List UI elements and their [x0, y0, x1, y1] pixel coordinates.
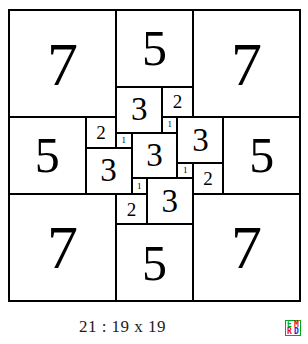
emrd-logo: EMRD	[285, 320, 301, 336]
square-5: 5	[223, 117, 300, 194]
square-7: 7	[193, 10, 300, 117]
logo-letter-d: D	[293, 328, 300, 335]
square-3: 3	[116, 87, 162, 133]
square-1: 1	[116, 133, 131, 148]
square-7: 7	[9, 10, 116, 117]
square-3: 3	[147, 178, 193, 224]
square-5: 5	[9, 117, 86, 194]
square-7: 7	[193, 194, 300, 301]
logo-letter-r: R	[286, 328, 293, 335]
square-2: 2	[86, 117, 117, 148]
square-1: 1	[162, 117, 177, 132]
square-3: 3	[86, 148, 132, 194]
square-3: 3	[177, 117, 223, 163]
square-5: 5	[116, 224, 193, 301]
square-3: 3	[132, 133, 178, 179]
caption: 21 : 19 x 19	[0, 317, 245, 337]
square-7: 7	[9, 194, 116, 301]
diagram-page: 757325213513312137275 21 : 19 x 19 EMRD	[0, 0, 308, 344]
square-1: 1	[132, 178, 147, 193]
square-2: 2	[193, 163, 224, 194]
square-1: 1	[177, 163, 192, 178]
square-5: 5	[116, 10, 193, 87]
squared-square-board: 757325213513312137275	[8, 9, 301, 302]
square-2: 2	[162, 87, 193, 118]
square-2: 2	[116, 194, 147, 225]
